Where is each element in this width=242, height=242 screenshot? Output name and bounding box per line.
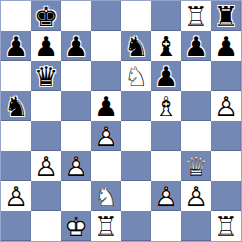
square-d4[interactable]: ♟♙ bbox=[91, 121, 121, 151]
square-b2[interactable] bbox=[31, 181, 61, 211]
square-a1[interactable] bbox=[1, 211, 31, 241]
square-e3[interactable] bbox=[121, 151, 151, 181]
piece-black-knight: ♞ bbox=[121, 31, 151, 61]
square-f1[interactable] bbox=[151, 211, 181, 241]
square-g1[interactable] bbox=[181, 211, 211, 241]
square-h7[interactable]: ♟ bbox=[211, 31, 241, 61]
square-d8[interactable] bbox=[91, 1, 121, 31]
square-g5[interactable] bbox=[181, 91, 211, 121]
piece-white-queen: ♛♕ bbox=[181, 151, 211, 181]
piece-white-rook: ♜♖ bbox=[211, 211, 241, 241]
square-e5[interactable] bbox=[121, 91, 151, 121]
square-b6[interactable]: ♛ bbox=[31, 61, 61, 91]
square-c4[interactable] bbox=[61, 121, 91, 151]
piece-white-pawn: ♟♙ bbox=[61, 151, 91, 181]
square-a4[interactable] bbox=[1, 121, 31, 151]
square-b4[interactable] bbox=[31, 121, 61, 151]
square-g8[interactable]: ♜♖ bbox=[181, 1, 211, 31]
piece-white-pawn: ♟♙ bbox=[1, 181, 31, 211]
square-a5[interactable]: ♞ bbox=[1, 91, 31, 121]
piece-black-pawn: ♟ bbox=[31, 31, 61, 61]
square-d5[interactable]: ♟ bbox=[91, 91, 121, 121]
square-b5[interactable] bbox=[31, 91, 61, 121]
square-g2[interactable]: ♟♙ bbox=[181, 181, 211, 211]
square-a6[interactable] bbox=[1, 61, 31, 91]
square-g6[interactable] bbox=[181, 61, 211, 91]
square-e2[interactable] bbox=[121, 181, 151, 211]
square-a8[interactable] bbox=[1, 1, 31, 31]
square-g3[interactable]: ♛♕ bbox=[181, 151, 211, 181]
square-h8[interactable]: ♜ bbox=[211, 1, 241, 31]
square-a2[interactable]: ♟♙ bbox=[1, 181, 31, 211]
square-f2[interactable]: ♟♙ bbox=[151, 181, 181, 211]
chess-board: ♚♜♖♜♟♟♟♞♝♟♟♛♞♘♟♞♟♝♗♟♙♟♙♟♙♟♙♛♕♟♙♞♘♟♙♟♙♚♔♜… bbox=[0, 0, 242, 242]
square-d1[interactable]: ♜♖ bbox=[91, 211, 121, 241]
piece-white-rook: ♜♖ bbox=[91, 211, 121, 241]
square-d6[interactable] bbox=[91, 61, 121, 91]
piece-black-pawn: ♟ bbox=[211, 31, 241, 61]
piece-black-pawn: ♟ bbox=[91, 91, 121, 121]
square-f8[interactable] bbox=[151, 1, 181, 31]
square-e1[interactable] bbox=[121, 211, 151, 241]
square-f4[interactable] bbox=[151, 121, 181, 151]
square-b1[interactable] bbox=[31, 211, 61, 241]
square-d2[interactable]: ♞♘ bbox=[91, 181, 121, 211]
square-c3[interactable]: ♟♙ bbox=[61, 151, 91, 181]
square-c2[interactable] bbox=[61, 181, 91, 211]
piece-white-bishop: ♝♗ bbox=[151, 91, 181, 121]
square-h4[interactable] bbox=[211, 121, 241, 151]
square-c1[interactable]: ♚♔ bbox=[61, 211, 91, 241]
square-b7[interactable]: ♟ bbox=[31, 31, 61, 61]
square-f5[interactable]: ♝♗ bbox=[151, 91, 181, 121]
piece-black-bishop: ♝ bbox=[151, 31, 181, 61]
square-g7[interactable]: ♟ bbox=[181, 31, 211, 61]
square-e7[interactable]: ♞ bbox=[121, 31, 151, 61]
piece-white-king: ♚♔ bbox=[61, 211, 91, 241]
square-e4[interactable] bbox=[121, 121, 151, 151]
piece-black-pawn: ♟ bbox=[1, 31, 31, 61]
square-b3[interactable]: ♟♙ bbox=[31, 151, 61, 181]
piece-white-pawn: ♟♙ bbox=[181, 181, 211, 211]
piece-white-knight: ♞♘ bbox=[91, 181, 121, 211]
square-h5[interactable]: ♟♙ bbox=[211, 91, 241, 121]
square-a3[interactable] bbox=[1, 151, 31, 181]
square-c7[interactable]: ♟ bbox=[61, 31, 91, 61]
square-d7[interactable] bbox=[91, 31, 121, 61]
square-h1[interactable]: ♜♖ bbox=[211, 211, 241, 241]
piece-white-pawn: ♟♙ bbox=[31, 151, 61, 181]
square-e6[interactable]: ♞♘ bbox=[121, 61, 151, 91]
square-e8[interactable] bbox=[121, 1, 151, 31]
piece-black-pawn: ♟ bbox=[151, 61, 181, 91]
square-a7[interactable]: ♟ bbox=[1, 31, 31, 61]
piece-white-pawn: ♟♙ bbox=[91, 121, 121, 151]
square-c6[interactable] bbox=[61, 61, 91, 91]
piece-black-knight: ♞ bbox=[1, 91, 31, 121]
square-d3[interactable] bbox=[91, 151, 121, 181]
piece-black-rook: ♜ bbox=[211, 1, 241, 31]
square-h6[interactable] bbox=[211, 61, 241, 91]
square-f3[interactable] bbox=[151, 151, 181, 181]
piece-white-knight: ♞♘ bbox=[121, 61, 151, 91]
square-g4[interactable] bbox=[181, 121, 211, 151]
piece-black-queen: ♛ bbox=[31, 61, 61, 91]
piece-white-rook: ♜♖ bbox=[181, 1, 211, 31]
piece-black-pawn: ♟ bbox=[61, 31, 91, 61]
square-f6[interactable]: ♟ bbox=[151, 61, 181, 91]
piece-black-king: ♚ bbox=[31, 1, 61, 31]
piece-white-pawn: ♟♙ bbox=[151, 181, 181, 211]
piece-white-pawn: ♟♙ bbox=[211, 91, 241, 121]
piece-black-pawn: ♟ bbox=[181, 31, 211, 61]
square-b8[interactable]: ♚ bbox=[31, 1, 61, 31]
square-h2[interactable] bbox=[211, 181, 241, 211]
square-h3[interactable] bbox=[211, 151, 241, 181]
square-c8[interactable] bbox=[61, 1, 91, 31]
square-c5[interactable] bbox=[61, 91, 91, 121]
square-f7[interactable]: ♝ bbox=[151, 31, 181, 61]
